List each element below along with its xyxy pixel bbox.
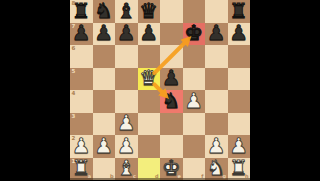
- square-f6[interactable]: [183, 45, 206, 68]
- square-g2[interactable]: ♟: [205, 135, 228, 158]
- square-f5[interactable]: [183, 68, 206, 91]
- square-f4[interactable]: ♟: [183, 90, 206, 113]
- square-f7[interactable]: ♚: [183, 23, 206, 46]
- square-b5[interactable]: [93, 68, 116, 91]
- square-f8[interactable]: [183, 0, 206, 23]
- file-label-f: f: [201, 174, 203, 179]
- square-g6[interactable]: [205, 45, 228, 68]
- square-d3[interactable]: [138, 113, 161, 136]
- square-d5[interactable]: ♛: [138, 68, 161, 91]
- square-g3[interactable]: [205, 113, 228, 136]
- square-a5[interactable]: 5: [70, 68, 93, 91]
- square-c5[interactable]: [115, 68, 138, 91]
- square-h8[interactable]: ♜: [228, 0, 251, 23]
- square-e1[interactable]: e♚: [160, 158, 183, 181]
- square-d7[interactable]: ♟: [138, 23, 161, 46]
- black-knight-b8[interactable]: ♞: [93, 0, 116, 23]
- rank-label-5: 5: [72, 69, 76, 75]
- square-g5[interactable]: [205, 68, 228, 91]
- square-c6[interactable]: [115, 45, 138, 68]
- square-e8[interactable]: [160, 0, 183, 23]
- square-h1[interactable]: h♜: [228, 158, 251, 181]
- white-pawn-h2[interactable]: ♟: [228, 135, 251, 158]
- square-h5[interactable]: [228, 68, 251, 91]
- square-b2[interactable]: ♟: [93, 135, 116, 158]
- white-queen-d5[interactable]: ♛: [138, 68, 161, 91]
- square-h4[interactable]: [228, 90, 251, 113]
- square-g1[interactable]: g♞: [205, 158, 228, 181]
- square-e3[interactable]: [160, 113, 183, 136]
- square-f1[interactable]: f: [183, 158, 206, 181]
- square-d4[interactable]: [138, 90, 161, 113]
- square-b7[interactable]: ♟: [93, 23, 116, 46]
- square-h2[interactable]: ♟: [228, 135, 251, 158]
- square-a1[interactable]: 1a♜: [70, 158, 93, 181]
- black-pawn-a7[interactable]: ♟: [70, 23, 93, 46]
- rank-label-4: 4: [72, 91, 76, 97]
- square-g8[interactable]: [205, 0, 228, 23]
- black-knight-e4[interactable]: ♞: [160, 90, 183, 113]
- square-a3[interactable]: 3: [70, 113, 93, 136]
- white-pawn-b2[interactable]: ♟: [93, 135, 116, 158]
- white-rook-a1[interactable]: ♜: [70, 158, 93, 181]
- square-g7[interactable]: ♟: [205, 23, 228, 46]
- square-c1[interactable]: c♝: [115, 158, 138, 181]
- video-frame: 8♜♞♝♛♜7♟♟♟♟♚♟♟65♛♟4♞♟3♟2♟♟♟♟♟1a♜bc♝de♚fg…: [0, 0, 320, 180]
- file-label-b: b: [110, 174, 114, 179]
- square-b8[interactable]: ♞: [93, 0, 116, 23]
- square-h3[interactable]: [228, 113, 251, 136]
- white-pawn-f4[interactable]: ♟: [183, 90, 206, 113]
- square-c4[interactable]: [115, 90, 138, 113]
- chess-board: 8♜♞♝♛♜7♟♟♟♟♚♟♟65♛♟4♞♟3♟2♟♟♟♟♟1a♜bc♝de♚fg…: [70, 0, 250, 180]
- white-rook-h1[interactable]: ♜: [228, 158, 251, 181]
- square-d8[interactable]: ♛: [138, 0, 161, 23]
- white-pawn-a2[interactable]: ♟: [70, 135, 93, 158]
- black-rook-a8[interactable]: ♜: [70, 0, 93, 23]
- square-a6[interactable]: 6: [70, 45, 93, 68]
- square-f2[interactable]: [183, 135, 206, 158]
- black-pawn-h7[interactable]: ♟: [228, 23, 251, 46]
- black-pawn-b7[interactable]: ♟: [93, 23, 116, 46]
- square-c3[interactable]: ♟: [115, 113, 138, 136]
- white-pawn-c3[interactable]: ♟: [115, 113, 138, 136]
- rank-label-6: 6: [72, 46, 76, 52]
- square-d2[interactable]: [138, 135, 161, 158]
- square-a7[interactable]: 7♟: [70, 23, 93, 46]
- square-e4[interactable]: ♞: [160, 90, 183, 113]
- square-d6[interactable]: [138, 45, 161, 68]
- white-pawn-g2[interactable]: ♟: [205, 135, 228, 158]
- white-pawn-c2[interactable]: ♟: [115, 135, 138, 158]
- square-b6[interactable]: [93, 45, 116, 68]
- square-h7[interactable]: ♟: [228, 23, 251, 46]
- square-c8[interactable]: ♝: [115, 0, 138, 23]
- letterbox-right: [250, 0, 320, 180]
- square-a4[interactable]: 4: [70, 90, 93, 113]
- black-pawn-e5[interactable]: ♟: [160, 68, 183, 91]
- square-h6[interactable]: [228, 45, 251, 68]
- square-e5[interactable]: ♟: [160, 68, 183, 91]
- square-f3[interactable]: [183, 113, 206, 136]
- square-a2[interactable]: 2♟: [70, 135, 93, 158]
- black-pawn-c7[interactable]: ♟: [115, 23, 138, 46]
- square-g4[interactable]: [205, 90, 228, 113]
- black-bishop-c8[interactable]: ♝: [115, 0, 138, 23]
- letterbox-left: [0, 0, 70, 180]
- black-king-f7[interactable]: ♚: [183, 23, 206, 46]
- white-king-e1[interactable]: ♚: [160, 158, 183, 181]
- file-label-d: d: [155, 174, 159, 179]
- white-knight-g1[interactable]: ♞: [205, 158, 228, 181]
- square-d1[interactable]: d: [138, 158, 161, 181]
- black-rook-h8[interactable]: ♜: [228, 0, 251, 23]
- square-e2[interactable]: [160, 135, 183, 158]
- square-e6[interactable]: [160, 45, 183, 68]
- black-queen-d8[interactable]: ♛: [138, 0, 161, 23]
- square-c7[interactable]: ♟: [115, 23, 138, 46]
- square-c2[interactable]: ♟: [115, 135, 138, 158]
- square-a8[interactable]: 8♜: [70, 0, 93, 23]
- square-b4[interactable]: [93, 90, 116, 113]
- black-pawn-g7[interactable]: ♟: [205, 23, 228, 46]
- rank-label-3: 3: [72, 114, 76, 120]
- square-e7[interactable]: [160, 23, 183, 46]
- square-b3[interactable]: [93, 113, 116, 136]
- white-bishop-c1[interactable]: ♝: [115, 158, 138, 181]
- black-pawn-d7[interactable]: ♟: [138, 23, 161, 46]
- square-b1[interactable]: b: [93, 158, 116, 181]
